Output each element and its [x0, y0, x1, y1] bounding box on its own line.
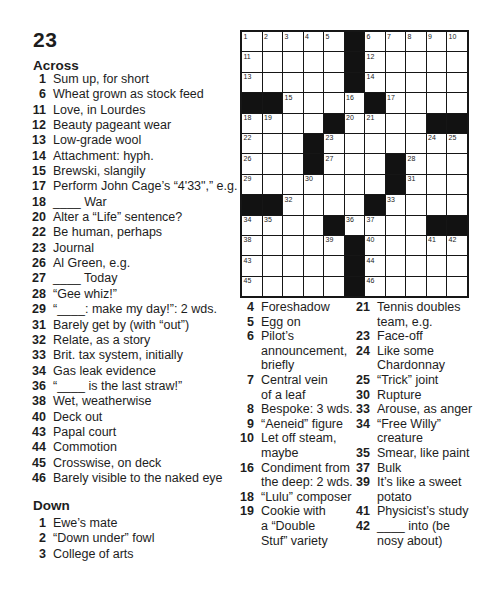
clue: 5Egg on	[230, 315, 365, 330]
grid-cell-r11c7[interactable]: 40	[365, 236, 385, 255]
clue-text: “____ is the last straw!”	[53, 379, 182, 394]
grid-cell-r5c9[interactable]	[406, 114, 426, 133]
cell-number: 27	[326, 155, 334, 163]
grid-cell-r8c10[interactable]	[427, 175, 447, 194]
block-cell-r5c5	[324, 114, 344, 133]
clue-number: 36	[26, 379, 46, 394]
clue-number: 13	[26, 133, 46, 148]
grid-cell-r7c7[interactable]	[365, 154, 385, 173]
grid-cell-r11c9[interactable]	[406, 236, 426, 255]
clue-number: 4	[230, 300, 254, 315]
clue-number: 31	[26, 318, 46, 333]
grid-cell-r11c4[interactable]	[304, 236, 324, 255]
clue: 30Rupture	[346, 388, 493, 403]
clue-text: Al Green, e.g.	[53, 256, 130, 271]
block-cell-r4c1	[242, 93, 262, 112]
clue-number: 33	[346, 402, 370, 417]
grid-cell-r6c5[interactable]: 23	[324, 134, 344, 153]
grid-cell-r7c10[interactable]	[427, 154, 447, 173]
grid-cell-r10c4[interactable]	[304, 216, 324, 235]
clue-text: Papal court	[53, 425, 116, 440]
clue-text: It’s like a sweet potato	[377, 475, 493, 504]
clue-number: 19	[230, 504, 254, 519]
grid-cell-r11c10[interactable]: 41	[427, 236, 447, 255]
clue: 34Gas leak evidence	[26, 364, 237, 379]
cell-number: 15	[285, 94, 293, 102]
grid-cell-r2c9[interactable]	[406, 52, 426, 71]
grid-cell-r6c1[interactable]: 22	[242, 134, 262, 153]
clue: 13Low-grade wool	[26, 133, 237, 148]
grid-cell-r12c10[interactable]	[427, 256, 447, 275]
grid-cell-r2c1[interactable]: 11	[242, 52, 262, 71]
grid-cell-r6c3[interactable]	[283, 134, 303, 153]
grid-cell-r10c3[interactable]	[283, 216, 303, 235]
clue: 17Perform John Cage’s “4'33",” e.g.	[26, 179, 237, 194]
grid-cell-r9c4[interactable]	[304, 195, 324, 214]
grid-cell-r2c11[interactable]	[447, 52, 467, 71]
clue: 15Brewski, slangily	[26, 164, 237, 179]
grid-cell-r8c2[interactable]	[263, 175, 283, 194]
clue-text: Perform John Cage’s “4'33",” e.g.	[53, 179, 237, 194]
clue-number: 38	[26, 394, 46, 409]
grid-cell-r1c7[interactable]: 6	[365, 32, 385, 51]
clue-number: 17	[26, 179, 46, 194]
block-cell-r12c6	[345, 256, 365, 275]
cell-number: 43	[244, 257, 252, 265]
cell-number: 16	[346, 94, 354, 102]
grid-cell-r8c3[interactable]	[283, 175, 303, 194]
grid-cell-r13c5[interactable]	[324, 277, 344, 296]
grid-cell-r4c10[interactable]	[427, 93, 447, 112]
clue: 8Bespoke: 3 wds.	[230, 402, 365, 417]
clue: 41Physicist’s study	[346, 504, 493, 519]
cell-number: 4	[305, 33, 309, 41]
clue-number: 10	[230, 431, 254, 446]
cell-number: 13	[244, 73, 252, 81]
grid-cell-r8c9[interactable]: 31	[406, 175, 426, 194]
block-cell-r7c4	[304, 154, 324, 173]
block-cell-r9c7	[365, 195, 385, 214]
clue-number: 12	[26, 118, 46, 133]
clue-text: Brewski, slangily	[53, 164, 145, 179]
clue-text: “Free Willy” creature	[377, 417, 493, 446]
clue-number: 21	[346, 300, 370, 315]
grid-cell-r12c2[interactable]	[263, 256, 283, 275]
grid-cell-r4c9[interactable]	[406, 93, 426, 112]
clue-text: Deck out	[53, 410, 102, 425]
grid-cell-r2c5[interactable]	[324, 52, 344, 71]
down-clue-list-col2: 4Foreshadow5Egg on6Pilot’s announcement,…	[230, 300, 365, 548]
grid-cell-r10c7[interactable]: 37	[365, 216, 385, 235]
clue: 23Face-off	[346, 329, 493, 344]
clue-number: 40	[26, 410, 46, 425]
clue-number: 23	[346, 329, 370, 344]
cell-number: 38	[244, 236, 252, 244]
clue-text: ____ into (be nosy about)	[377, 519, 493, 548]
grid-cell-r10c6[interactable]: 36	[345, 216, 365, 235]
crossword-grid[interactable]: 1234567891011121314151617181920212223242…	[240, 30, 469, 298]
grid-cell-r3c7[interactable]: 14	[365, 73, 385, 92]
cell-number: 32	[285, 196, 293, 204]
cell-number: 17	[387, 94, 395, 102]
grid-cell-r6c8[interactable]	[386, 134, 406, 153]
grid-cell-r5c8[interactable]	[386, 114, 406, 133]
clue: 7Central vein of a leaf	[230, 373, 365, 402]
clue: 23Journal	[26, 241, 237, 256]
grid-cell-r1c2[interactable]: 2	[263, 32, 283, 51]
block-cell-r3c6	[345, 73, 365, 92]
clue-text: ____ War	[53, 195, 107, 210]
clue-text: Alter a “Life” sentence?	[53, 210, 182, 225]
grid-cell-r1c5[interactable]: 5	[324, 32, 344, 51]
clue-text: Bulk	[377, 461, 493, 476]
grid-cell-r6c2[interactable]	[263, 134, 283, 153]
grid-cell-r5c1[interactable]: 18	[242, 114, 262, 133]
grid-cell-r1c9[interactable]: 8	[406, 32, 426, 51]
grid-cell-r12c9[interactable]	[406, 256, 426, 275]
block-cell-r5c11	[447, 114, 467, 133]
clue: 22Be human, perhaps	[26, 225, 237, 240]
block-cell-r10c11	[447, 216, 467, 235]
clue-text: Beauty pageant wear	[53, 118, 171, 133]
clue: 6Pilot’s announcement, briefly	[230, 329, 365, 373]
clue-number: 25	[346, 373, 370, 388]
grid-cell-r9c8[interactable]: 33	[386, 195, 406, 214]
grid-cell-r11c8[interactable]	[386, 236, 406, 255]
clue-number: 8	[230, 402, 254, 417]
grid-cell-r5c4[interactable]	[304, 114, 324, 133]
clue: 16Condiment from the deep: 2 wds.	[230, 461, 365, 490]
grid-cell-r8c4[interactable]: 30	[304, 175, 324, 194]
grid-cell-r11c5[interactable]: 39	[324, 236, 344, 255]
grid-cell-r7c9[interactable]: 28	[406, 154, 426, 173]
clue-number: 1	[26, 72, 46, 87]
grid-cell-r1c4[interactable]: 4	[304, 32, 324, 51]
grid-cell-r11c3[interactable]	[283, 236, 303, 255]
down-heading: Down	[33, 498, 70, 513]
clue-text: Physicist’s study	[377, 504, 493, 519]
clue: 6Wheat grown as stock feed	[26, 87, 237, 102]
cell-number: 31	[408, 175, 416, 183]
clue-number: 45	[26, 456, 46, 471]
clue-number: 20	[26, 210, 46, 225]
cell-number: 30	[305, 175, 313, 183]
grid-cell-r11c2[interactable]	[263, 236, 283, 255]
block-cell-r10c10	[427, 216, 447, 235]
clue-text: Sum up, for short	[53, 72, 149, 87]
clue-number: 14	[26, 149, 46, 164]
block-cell-r2c6	[345, 52, 365, 71]
grid-cell-r8c7[interactable]	[365, 175, 385, 194]
clue-text: Smear, like paint	[377, 446, 493, 461]
clue: 40Deck out	[26, 410, 237, 425]
cell-number: 5	[326, 33, 330, 41]
clue-number: 34	[346, 417, 370, 432]
clue-number: 16	[230, 461, 254, 476]
grid-cell-r1c11[interactable]: 10	[447, 32, 467, 51]
grid-cell-r12c3[interactable]	[283, 256, 303, 275]
grid-cell-r9c11[interactable]	[447, 195, 467, 214]
block-cell-r5c10	[427, 114, 447, 133]
grid-cell-r10c2[interactable]: 35	[263, 216, 283, 235]
clue-number: 44	[26, 440, 46, 455]
grid-cell-r13c3[interactable]	[283, 277, 303, 296]
clue-number: 42	[346, 519, 370, 534]
clue-text: Gas leak evidence	[53, 364, 156, 379]
cell-number: 14	[367, 73, 375, 81]
grid-cell-r4c3[interactable]: 15	[283, 93, 303, 112]
clue-text: Be human, perhaps	[53, 225, 162, 240]
clue-text: Ewe’s mate	[53, 516, 117, 531]
grid-cell-r3c3[interactable]	[283, 73, 303, 92]
clue-number: 15	[26, 164, 46, 179]
clue: 10Let off steam, maybe	[230, 431, 365, 460]
block-cell-r13c6	[345, 277, 365, 296]
clue-text: Wheat grown as stock feed	[53, 87, 204, 102]
grid-cell-r6c6[interactable]	[345, 134, 365, 153]
grid-cell-r10c8[interactable]	[386, 216, 406, 235]
clue-text: Commotion	[53, 440, 117, 455]
cell-number: 10	[449, 33, 457, 41]
grid-cell-r7c2[interactable]	[263, 154, 283, 173]
clue-number: 6	[26, 87, 46, 102]
grid-cell-r12c11[interactable]	[447, 256, 467, 275]
clue-text: “Down under” fowl	[53, 531, 154, 546]
grid-cell-r7c6[interactable]	[345, 154, 365, 173]
grid-cell-r6c7[interactable]	[365, 134, 385, 153]
cell-number: 42	[449, 236, 457, 244]
grid-cell-r4c8[interactable]: 17	[386, 93, 406, 112]
grid-cell-r6c9[interactable]	[406, 134, 426, 153]
cell-number: 39	[326, 236, 334, 244]
clue-text: Wet, weatherwise	[53, 394, 151, 409]
grid-cell-r13c8[interactable]	[386, 277, 406, 296]
clue-text: Low-grade wool	[53, 133, 141, 148]
grid-cell-r1c10[interactable]: 9	[427, 32, 447, 51]
grid-cell-r1c8[interactable]: 7	[386, 32, 406, 51]
grid-cell-r11c11[interactable]: 42	[447, 236, 467, 255]
clue: 2“Down under” fowl	[26, 531, 154, 546]
clue: 18“Lulu” composer	[230, 490, 365, 505]
clue-number: 37	[346, 461, 370, 476]
clue-number: 3	[26, 547, 46, 562]
block-cell-r9c2	[263, 195, 283, 214]
cell-number: 45	[244, 277, 252, 285]
block-cell-r8c8	[386, 175, 406, 194]
clue-text: Crosswise, on deck	[53, 456, 161, 471]
clue: 1Ewe’s mate	[26, 516, 154, 531]
grid-cell-r8c6[interactable]	[345, 175, 365, 194]
cell-number: 20	[346, 114, 354, 122]
cell-number: 26	[244, 155, 252, 163]
grid-cell-r13c2[interactable]	[263, 277, 283, 296]
clue-number: 43	[26, 425, 46, 440]
grid-cell-r7c11[interactable]	[447, 154, 467, 173]
grid-cell-r8c5[interactable]	[324, 175, 344, 194]
clue-text: Tennis doubles team, e.g.	[377, 300, 493, 329]
cell-number: 8	[408, 33, 412, 41]
clue-number: 35	[346, 446, 370, 461]
grid-cell-r10c1[interactable]: 34	[242, 216, 262, 235]
grid-cell-r6c11[interactable]: 25	[447, 134, 467, 153]
grid-cell-r2c10[interactable]	[427, 52, 447, 71]
grid-cell-r12c5[interactable]	[324, 256, 344, 275]
cell-number: 1	[244, 33, 248, 41]
clue: 44Commotion	[26, 440, 237, 455]
clue: 24Like some Chardonnay	[346, 344, 493, 373]
clue-text: Attachment: hyph.	[53, 149, 154, 164]
cell-number: 46	[367, 277, 375, 285]
grid-cell-r7c1[interactable]: 26	[242, 154, 262, 173]
grid-cell-r3c8[interactable]	[386, 73, 406, 92]
clue-number: 46	[26, 471, 46, 486]
block-cell-r7c8	[386, 154, 406, 173]
grid-cell-r5c3[interactable]	[283, 114, 303, 133]
clue: 4Foreshadow	[230, 300, 365, 315]
clue: 1Sum up, for short	[26, 72, 237, 87]
down-clue-list-col1: 1Ewe’s mate2“Down under” fowl3College of…	[26, 516, 154, 562]
clue: 18____ War	[26, 195, 237, 210]
grid-cell-r11c1[interactable]: 38	[242, 236, 262, 255]
clue-number: 29	[26, 302, 46, 317]
clue: 27____ Today	[26, 271, 237, 286]
clue-text: Rupture	[377, 388, 493, 403]
clue: 39It’s like a sweet potato	[346, 475, 493, 504]
clue-number: 24	[346, 344, 370, 359]
grid-cell-r4c4[interactable]	[304, 93, 324, 112]
clue-number: 26	[26, 256, 46, 271]
block-cell-r4c7	[365, 93, 385, 112]
cell-number: 44	[367, 257, 375, 265]
cell-number: 19	[264, 114, 272, 122]
clue-text: Brit. tax system, initially	[53, 348, 183, 363]
grid-cell-r5c2[interactable]: 19	[263, 114, 283, 133]
clue: 19Cookie with a “Double Stuf” variety	[230, 504, 365, 548]
clue: 31Barely get by (with “out”)	[26, 318, 237, 333]
block-cell-r4c2	[263, 93, 283, 112]
cell-number: 34	[244, 216, 252, 224]
grid-cell-r4c11[interactable]	[447, 93, 467, 112]
grid-cell-r9c10[interactable]	[427, 195, 447, 214]
grid-cell-r9c6[interactable]	[345, 195, 365, 214]
grid-cell-r9c3[interactable]: 32	[283, 195, 303, 214]
grid-cell-r12c7[interactable]: 44	[365, 256, 385, 275]
grid-cell-r13c1[interactable]: 45	[242, 277, 262, 296]
grid-cell-r12c8[interactable]	[386, 256, 406, 275]
clue: 35Smear, like paint	[346, 446, 493, 461]
grid-cell-r9c9[interactable]	[406, 195, 426, 214]
grid-cell-r6c10[interactable]: 24	[427, 134, 447, 153]
grid-cell-r7c5[interactable]: 27	[324, 154, 344, 173]
grid-cell-r2c7[interactable]: 12	[365, 52, 385, 71]
clue-number: 1	[26, 516, 46, 531]
cell-number: 24	[428, 134, 436, 142]
clue-text: Face-off	[377, 329, 493, 344]
clue-text: “____: make my day!”: 2 wds.	[53, 302, 217, 317]
clue: 38Wet, weatherwise	[26, 394, 237, 409]
cell-number: 11	[244, 53, 251, 61]
grid-cell-r8c1[interactable]: 29	[242, 175, 262, 194]
grid-cell-r13c10[interactable]	[427, 277, 447, 296]
clue: 14Attachment: hyph.	[26, 149, 237, 164]
clue-number: 27	[26, 271, 46, 286]
grid-cell-r7c3[interactable]	[283, 154, 303, 173]
clue-number: 18	[26, 195, 46, 210]
clue: 43Papal court	[26, 425, 237, 440]
grid-cell-r12c4[interactable]	[304, 256, 324, 275]
grid-cell-r2c8[interactable]	[386, 52, 406, 71]
clue-number: 39	[346, 475, 370, 490]
clue-number: 7	[230, 373, 254, 388]
clue-number: 30	[346, 388, 370, 403]
grid-cell-r13c11[interactable]	[447, 277, 467, 296]
grid-cell-r3c2[interactable]	[263, 73, 283, 92]
grid-cell-r5c6[interactable]: 20	[345, 114, 365, 133]
cell-number: 35	[264, 216, 272, 224]
cell-number: 7	[387, 33, 391, 41]
grid-cell-r3c10[interactable]	[427, 73, 447, 92]
grid-cell-r1c3[interactable]: 3	[283, 32, 303, 51]
clue-number: 9	[230, 417, 254, 432]
cell-number: 28	[408, 155, 416, 163]
cell-number: 21	[367, 114, 375, 122]
grid-cell-r4c6[interactable]: 16	[345, 93, 365, 112]
grid-cell-r4c5[interactable]	[324, 93, 344, 112]
clue: 11Love, in Lourdes	[26, 103, 237, 118]
clue: 36“____ is the last straw!”	[26, 379, 237, 394]
grid-cell-r2c3[interactable]	[283, 52, 303, 71]
grid-cell-r5c7[interactable]: 21	[365, 114, 385, 133]
grid-cell-r8c11[interactable]	[447, 175, 467, 194]
grid-cell-r13c7[interactable]: 46	[365, 277, 385, 296]
clue: 12Beauty pageant wear	[26, 118, 237, 133]
clue: 37Bulk	[346, 461, 493, 476]
clue: 45Crosswise, on deck	[26, 456, 237, 471]
down-clue-list-col3: 21Tennis doubles team, e.g.23Face-off24L…	[346, 300, 493, 548]
grid-cell-r2c2[interactable]	[263, 52, 283, 71]
grid-cell-r3c9[interactable]	[406, 73, 426, 92]
grid-cell-r13c9[interactable]	[406, 277, 426, 296]
clue-number: 5	[230, 315, 254, 330]
clue-number: 11	[26, 103, 46, 118]
clue-text: Barely get by (with “out”)	[53, 318, 189, 333]
clue-number: 33	[26, 348, 46, 363]
grid-cell-r1c1[interactable]: 1	[242, 32, 262, 51]
grid-cell-r3c5[interactable]	[324, 73, 344, 92]
grid-cell-r9c5[interactable]	[324, 195, 344, 214]
cell-number: 23	[326, 134, 334, 142]
clue: 3College of arts	[26, 547, 154, 562]
clue: 9“Aeneid” figure	[230, 417, 365, 432]
grid-cell-r10c9[interactable]	[406, 216, 426, 235]
across-clue-list: 1Sum up, for short6Wheat grown as stock …	[26, 72, 237, 486]
grid-cell-r13c4[interactable]	[304, 277, 324, 296]
clue-number: 22	[26, 225, 46, 240]
clue-number: 23	[26, 241, 46, 256]
cell-number: 9	[428, 33, 432, 41]
cell-number: 36	[346, 216, 354, 224]
grid-cell-r2c4[interactable]	[304, 52, 324, 71]
grid-cell-r12c1[interactable]: 43	[242, 256, 262, 275]
clue: 34“Free Willy” creature	[346, 417, 493, 446]
grid-cell-r3c1[interactable]: 13	[242, 73, 262, 92]
clue: 33Arouse, as anger	[346, 402, 493, 417]
grid-cell-r3c4[interactable]	[304, 73, 324, 92]
grid-cell-r3c11[interactable]	[447, 73, 467, 92]
clue-text: Barely visible to the naked eye	[53, 471, 223, 486]
cell-number: 37	[367, 216, 375, 224]
clue: 25“Trick” joint	[346, 373, 493, 388]
